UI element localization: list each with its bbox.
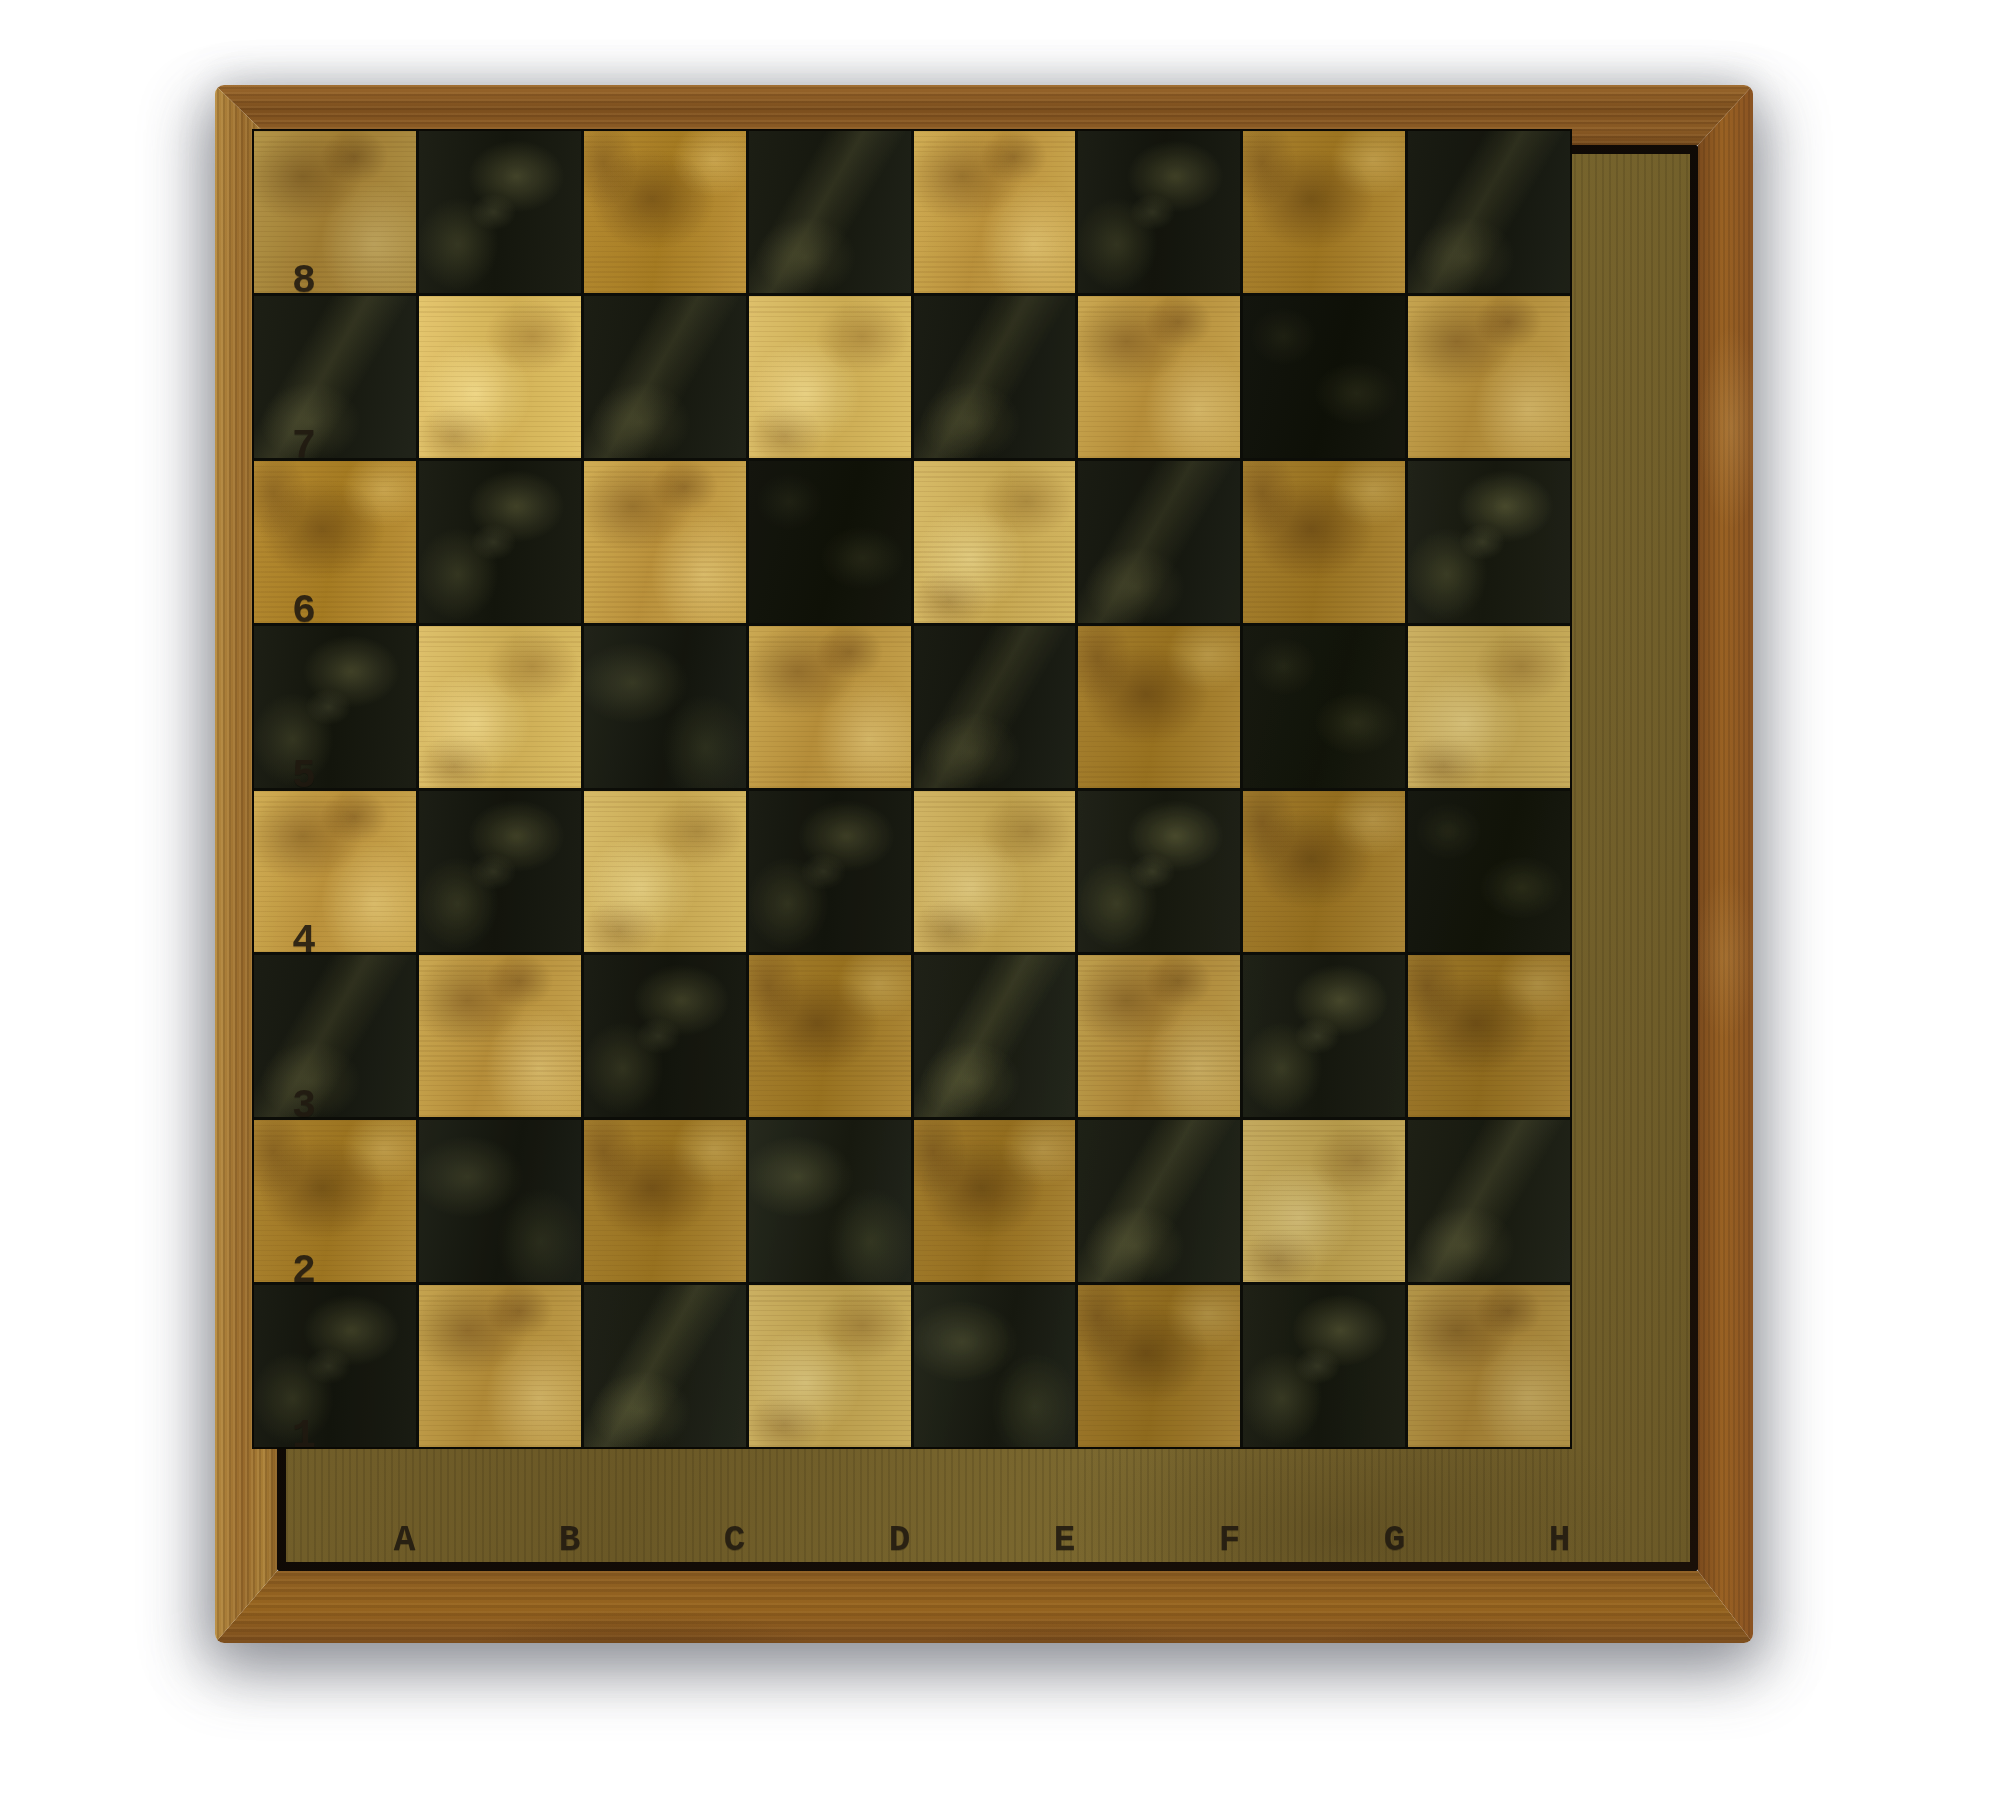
- file-label-g: G: [1365, 1520, 1425, 1561]
- rank-label-1: 1: [285, 1413, 323, 1458]
- file-label-h: H: [1530, 1520, 1590, 1561]
- square-a3[interactable]: [254, 955, 416, 1117]
- square-f8[interactable]: [1078, 131, 1240, 293]
- square-g5[interactable]: [1243, 626, 1405, 788]
- square-h5[interactable]: [1408, 626, 1570, 788]
- square-g6[interactable]: [1243, 461, 1405, 623]
- rank-label-2: 2: [285, 1248, 323, 1293]
- square-e8[interactable]: [914, 131, 1076, 293]
- square-g3[interactable]: [1243, 955, 1405, 1117]
- square-f3[interactable]: [1078, 955, 1240, 1117]
- board-grid: [252, 129, 1572, 1449]
- square-c5[interactable]: [584, 626, 746, 788]
- square-e6[interactable]: [914, 461, 1076, 623]
- square-b2[interactable]: [419, 1120, 581, 1282]
- file-label-b: B: [540, 1520, 600, 1561]
- square-f5[interactable]: [1078, 626, 1240, 788]
- square-h4[interactable]: [1408, 791, 1570, 953]
- square-d2[interactable]: [749, 1120, 911, 1282]
- square-g4[interactable]: [1243, 791, 1405, 953]
- square-h8[interactable]: [1408, 131, 1570, 293]
- square-f4[interactable]: [1078, 791, 1240, 953]
- square-b4[interactable]: [419, 791, 581, 953]
- square-a5[interactable]: [254, 626, 416, 788]
- square-b3[interactable]: [419, 955, 581, 1117]
- square-h6[interactable]: [1408, 461, 1570, 623]
- square-g7[interactable]: [1243, 296, 1405, 458]
- square-b6[interactable]: [419, 461, 581, 623]
- rank-label-4: 4: [285, 918, 323, 963]
- square-c1[interactable]: [584, 1285, 746, 1447]
- square-d4[interactable]: [749, 791, 911, 953]
- square-h2[interactable]: [1408, 1120, 1570, 1282]
- square-f1[interactable]: [1078, 1285, 1240, 1447]
- square-a7[interactable]: [254, 296, 416, 458]
- square-h1[interactable]: [1408, 1285, 1570, 1447]
- file-label-e: E: [1035, 1520, 1095, 1561]
- rank-label-3: 3: [285, 1083, 323, 1128]
- square-e4[interactable]: [914, 791, 1076, 953]
- square-d8[interactable]: [749, 131, 911, 293]
- square-h3[interactable]: [1408, 955, 1570, 1117]
- square-d5[interactable]: [749, 626, 911, 788]
- square-c4[interactable]: [584, 791, 746, 953]
- square-a4[interactable]: [254, 791, 416, 953]
- square-e3[interactable]: [914, 955, 1076, 1117]
- square-g1[interactable]: [1243, 1285, 1405, 1447]
- square-b1[interactable]: [419, 1285, 581, 1447]
- square-b8[interactable]: [419, 131, 581, 293]
- page-background: 87654321 ABCDEFGH: [0, 0, 2000, 1800]
- square-a2[interactable]: [254, 1120, 416, 1282]
- file-label-a: A: [375, 1520, 435, 1561]
- rank-label-6: 6: [285, 588, 323, 633]
- rank-label-5: 5: [285, 753, 323, 798]
- square-f2[interactable]: [1078, 1120, 1240, 1282]
- square-d1[interactable]: [749, 1285, 911, 1447]
- file-label-c: C: [705, 1520, 765, 1561]
- square-h7[interactable]: [1408, 296, 1570, 458]
- square-e5[interactable]: [914, 626, 1076, 788]
- square-f6[interactable]: [1078, 461, 1240, 623]
- frame-rail-bottom: [215, 1571, 1753, 1643]
- square-e2[interactable]: [914, 1120, 1076, 1282]
- square-c6[interactable]: [584, 461, 746, 623]
- square-d7[interactable]: [749, 296, 911, 458]
- square-g8[interactable]: [1243, 131, 1405, 293]
- square-c8[interactable]: [584, 131, 746, 293]
- square-a8[interactable]: [254, 131, 416, 293]
- square-f7[interactable]: [1078, 296, 1240, 458]
- square-c2[interactable]: [584, 1120, 746, 1282]
- square-e7[interactable]: [914, 296, 1076, 458]
- square-d3[interactable]: [749, 955, 911, 1117]
- square-a6[interactable]: [254, 461, 416, 623]
- rank-label-8: 8: [285, 258, 323, 303]
- square-b5[interactable]: [419, 626, 581, 788]
- frame-rail-right: [1698, 85, 1753, 1643]
- square-d6[interactable]: [749, 461, 911, 623]
- square-g2[interactable]: [1243, 1120, 1405, 1282]
- rank-label-7: 7: [285, 423, 323, 468]
- square-c7[interactable]: [584, 296, 746, 458]
- chessboard: 87654321 ABCDEFGH: [215, 85, 1753, 1643]
- square-b7[interactable]: [419, 296, 581, 458]
- square-e1[interactable]: [914, 1285, 1076, 1447]
- file-label-f: F: [1200, 1520, 1260, 1561]
- square-c3[interactable]: [584, 955, 746, 1117]
- square-a1[interactable]: [254, 1285, 416, 1447]
- file-label-d: D: [870, 1520, 930, 1561]
